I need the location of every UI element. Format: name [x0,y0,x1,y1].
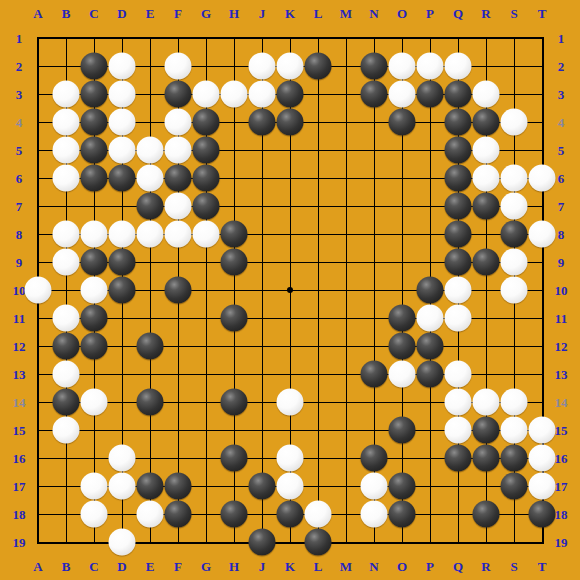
black-stone[interactable] [81,333,108,360]
white-stone[interactable] [277,445,304,472]
column-label-top: Q [453,7,463,20]
row-label-right: 4 [558,116,565,129]
black-stone[interactable] [193,137,220,164]
row-label-right: 16 [555,452,568,465]
column-label-bottom: J [259,560,266,573]
column-label-bottom: Q [453,560,463,573]
black-stone[interactable] [417,81,444,108]
row-label-left: 19 [13,536,26,549]
white-stone[interactable] [529,473,556,500]
white-stone[interactable] [53,249,80,276]
white-stone[interactable] [501,165,528,192]
white-stone[interactable] [529,445,556,472]
black-stone[interactable] [221,501,248,528]
white-stone[interactable] [529,165,556,192]
column-label-top: O [397,7,407,20]
black-stone[interactable] [361,81,388,108]
column-label-top: T [538,7,547,20]
black-stone[interactable] [81,53,108,80]
black-stone[interactable] [277,81,304,108]
white-stone[interactable] [81,389,108,416]
white-stone[interactable] [81,501,108,528]
black-stone[interactable] [473,445,500,472]
column-label-top: A [33,7,42,20]
white-stone[interactable] [389,81,416,108]
white-stone[interactable] [53,417,80,444]
column-label-bottom: B [62,560,71,573]
white-stone[interactable] [165,137,192,164]
black-stone[interactable] [473,109,500,136]
column-label-top: G [201,7,211,20]
column-label-top: L [314,7,323,20]
white-stone[interactable] [53,305,80,332]
white-stone[interactable] [53,81,80,108]
white-stone[interactable] [25,277,52,304]
row-label-right: 3 [558,88,565,101]
black-stone[interactable] [81,305,108,332]
row-label-left: 8 [16,228,23,241]
row-label-left: 17 [13,480,26,493]
black-stone[interactable] [389,305,416,332]
go-board[interactable]: AA11BB22CC33DD44EE55FF66GG77HH88JJ99KK10… [0,0,580,580]
black-stone[interactable] [389,473,416,500]
row-label-left: 2 [16,60,23,73]
black-stone[interactable] [361,53,388,80]
white-stone[interactable] [445,389,472,416]
column-label-top: B [62,7,71,20]
black-stone[interactable] [445,109,472,136]
white-stone[interactable] [389,53,416,80]
row-label-left: 1 [16,32,23,45]
column-label-bottom: O [397,560,407,573]
black-stone[interactable] [137,473,164,500]
white-stone[interactable] [193,81,220,108]
white-stone[interactable] [277,389,304,416]
column-label-top: J [259,7,266,20]
white-stone[interactable] [109,81,136,108]
black-stone[interactable] [501,445,528,472]
row-label-left: 14 [13,396,26,409]
white-stone[interactable] [417,305,444,332]
row-label-right: 9 [558,256,565,269]
white-stone[interactable] [165,53,192,80]
white-stone[interactable] [277,53,304,80]
row-label-left: 9 [16,256,23,269]
white-stone[interactable] [137,165,164,192]
white-stone[interactable] [109,473,136,500]
row-label-right: 18 [555,508,568,521]
column-label-bottom: A [33,560,42,573]
white-stone[interactable] [501,249,528,276]
column-label-bottom: C [89,560,98,573]
black-stone[interactable] [193,193,220,220]
white-stone[interactable] [81,277,108,304]
black-stone[interactable] [137,333,164,360]
white-stone[interactable] [445,305,472,332]
column-label-top: F [174,7,182,20]
black-stone[interactable] [501,473,528,500]
white-stone[interactable] [389,361,416,388]
black-stone[interactable] [81,109,108,136]
white-stone[interactable] [473,137,500,164]
white-stone[interactable] [529,221,556,248]
white-stone[interactable] [109,137,136,164]
row-label-right: 19 [555,536,568,549]
row-label-left: 15 [13,424,26,437]
white-stone[interactable] [193,221,220,248]
white-stone[interactable] [305,501,332,528]
column-label-top: C [89,7,98,20]
black-stone[interactable] [473,501,500,528]
column-label-bottom: E [146,560,155,573]
white-stone[interactable] [445,53,472,80]
black-stone[interactable] [221,221,248,248]
black-stone[interactable] [165,473,192,500]
black-stone[interactable] [445,445,472,472]
white-stone[interactable] [445,277,472,304]
black-stone[interactable] [165,277,192,304]
white-stone[interactable] [221,81,248,108]
black-stone[interactable] [445,249,472,276]
black-stone[interactable] [165,501,192,528]
black-stone[interactable] [445,137,472,164]
row-label-right: 17 [555,480,568,493]
white-stone[interactable] [109,53,136,80]
black-stone[interactable] [249,109,276,136]
column-label-bottom: T [538,560,547,573]
column-label-top: D [117,7,126,20]
row-label-right: 8 [558,228,565,241]
column-label-bottom: L [314,560,323,573]
row-label-right: 7 [558,200,565,213]
row-label-right: 1 [558,32,565,45]
black-stone[interactable] [473,249,500,276]
row-label-left: 18 [13,508,26,521]
white-stone[interactable] [473,389,500,416]
black-stone[interactable] [501,221,528,248]
white-stone[interactable] [109,445,136,472]
black-stone[interactable] [193,165,220,192]
column-label-top: N [369,7,378,20]
black-stone[interactable] [109,165,136,192]
white-stone[interactable] [137,221,164,248]
column-label-top: E [146,7,155,20]
black-stone[interactable] [165,81,192,108]
white-stone[interactable] [445,361,472,388]
row-label-right: 11 [555,312,567,325]
white-stone[interactable] [53,109,80,136]
white-stone[interactable] [249,53,276,80]
black-stone[interactable] [221,445,248,472]
row-label-left: 12 [13,340,26,353]
white-stone[interactable] [53,221,80,248]
column-label-bottom: N [369,560,378,573]
white-stone[interactable] [81,221,108,248]
white-stone[interactable] [53,137,80,164]
black-stone[interactable] [53,389,80,416]
column-label-top: K [285,7,295,20]
column-label-bottom: D [117,560,126,573]
column-label-bottom: R [481,560,490,573]
white-stone[interactable] [53,165,80,192]
black-stone[interactable] [81,249,108,276]
black-stone[interactable] [417,277,444,304]
black-stone[interactable] [361,361,388,388]
column-label-top: S [510,7,517,20]
black-stone[interactable] [445,193,472,220]
black-stone[interactable] [249,473,276,500]
black-stone[interactable] [137,389,164,416]
column-label-bottom: K [285,560,295,573]
row-label-left: 13 [13,368,26,381]
white-stone[interactable] [137,137,164,164]
black-stone[interactable] [389,501,416,528]
white-stone[interactable] [165,109,192,136]
black-stone[interactable] [277,501,304,528]
black-stone[interactable] [221,305,248,332]
black-stone[interactable] [473,193,500,220]
black-stone[interactable] [193,109,220,136]
row-label-left: 3 [16,88,23,101]
black-stone[interactable] [305,529,332,556]
row-label-right: 2 [558,60,565,73]
white-stone[interactable] [501,417,528,444]
white-stone[interactable] [109,529,136,556]
black-stone[interactable] [445,221,472,248]
row-label-left: 4 [16,116,23,129]
row-label-right: 13 [555,368,568,381]
white-stone[interactable] [81,473,108,500]
white-stone[interactable] [165,221,192,248]
row-label-right: 10 [555,284,568,297]
white-stone[interactable] [109,221,136,248]
white-stone[interactable] [249,81,276,108]
black-stone[interactable] [445,81,472,108]
white-stone[interactable] [277,473,304,500]
white-stone[interactable] [361,473,388,500]
column-label-top: R [481,7,490,20]
black-stone[interactable] [81,137,108,164]
column-label-bottom: F [174,560,182,573]
black-stone[interactable] [389,333,416,360]
black-stone[interactable] [53,333,80,360]
black-stone[interactable] [305,53,332,80]
column-label-top: P [426,7,434,20]
white-stone[interactable] [417,53,444,80]
row-label-left: 16 [13,452,26,465]
white-stone[interactable] [165,193,192,220]
row-label-right: 6 [558,172,565,185]
row-label-left: 6 [16,172,23,185]
black-stone[interactable] [445,165,472,192]
white-stone[interactable] [473,81,500,108]
black-stone[interactable] [417,361,444,388]
white-stone[interactable] [445,417,472,444]
white-stone[interactable] [529,417,556,444]
white-stone[interactable] [501,277,528,304]
black-stone[interactable] [137,193,164,220]
black-stone[interactable] [473,417,500,444]
black-stone[interactable] [81,81,108,108]
row-label-left: 5 [16,144,23,157]
white-stone[interactable] [501,109,528,136]
white-stone[interactable] [109,109,136,136]
white-stone[interactable] [137,501,164,528]
column-label-top: M [340,7,352,20]
black-stone[interactable] [417,333,444,360]
white-stone[interactable] [501,193,528,220]
white-stone[interactable] [473,165,500,192]
column-label-bottom: M [340,560,352,573]
row-label-left: 11 [13,312,25,325]
star-point [287,287,293,293]
column-label-bottom: H [229,560,239,573]
black-stone[interactable] [165,165,192,192]
row-label-left: 7 [16,200,23,213]
column-label-bottom: G [201,560,211,573]
black-stone[interactable] [529,501,556,528]
column-label-bottom: S [510,560,517,573]
white-stone[interactable] [53,361,80,388]
white-stone[interactable] [361,501,388,528]
row-label-right: 5 [558,144,565,157]
black-stone[interactable] [249,529,276,556]
black-stone[interactable] [81,165,108,192]
black-stone[interactable] [221,249,248,276]
row-label-right: 14 [555,396,568,409]
black-stone[interactable] [389,109,416,136]
black-stone[interactable] [109,277,136,304]
row-label-right: 12 [555,340,568,353]
black-stone[interactable] [109,249,136,276]
black-stone[interactable] [389,417,416,444]
column-label-bottom: P [426,560,434,573]
white-stone[interactable] [501,389,528,416]
column-label-top: H [229,7,239,20]
black-stone[interactable] [361,445,388,472]
black-stone[interactable] [277,109,304,136]
row-label-right: 15 [555,424,568,437]
black-stone[interactable] [221,389,248,416]
